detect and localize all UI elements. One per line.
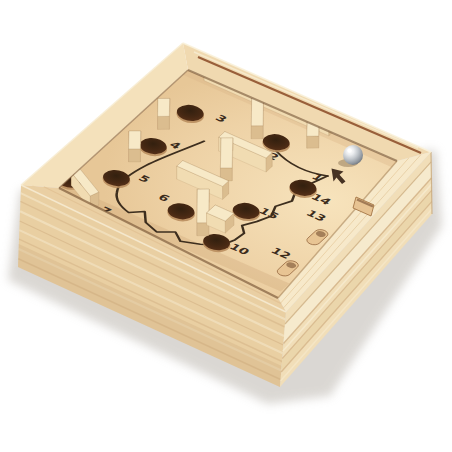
wall-top-center-face xyxy=(251,126,263,139)
wall-center-vert-upper-top xyxy=(220,138,232,168)
wall-right-of-2-face xyxy=(307,136,319,148)
wall-left-of-3-top xyxy=(158,98,170,116)
steel-ball xyxy=(343,145,363,165)
wall-left-of-4-face xyxy=(129,149,141,162)
product-photo-wooden-labyrinth: 12345671012131415 xyxy=(0,0,452,452)
wall-top-center xyxy=(251,98,263,139)
wall-center-vert-upper xyxy=(220,138,232,181)
labyrinth-scene: 12345671012131415 xyxy=(0,0,452,452)
wall-left-of-3-face xyxy=(158,116,170,129)
wall-left-of-3 xyxy=(158,98,170,129)
ball-specular-highlight xyxy=(347,148,351,152)
wall-left-of-4 xyxy=(129,131,141,162)
wall-left-of-4-top xyxy=(129,131,141,149)
